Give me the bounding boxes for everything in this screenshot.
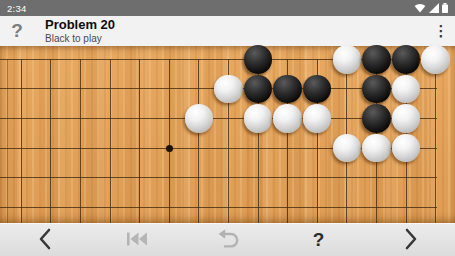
chevron-right-icon xyxy=(398,227,422,254)
toolbar: ? Problem 20 Black to play ⋮ xyxy=(0,16,455,46)
white-stone xyxy=(333,134,362,163)
black-stone xyxy=(362,75,391,104)
skip-to-start-icon xyxy=(126,231,148,250)
grid-vline xyxy=(435,59,436,223)
problem-title: Problem 20 xyxy=(45,18,427,32)
signal-icon xyxy=(429,3,439,13)
white-stone xyxy=(392,134,421,163)
grid-vline xyxy=(198,59,199,223)
help-question-icon[interactable]: ? xyxy=(0,20,34,42)
white-stone xyxy=(185,104,214,133)
overflow-menu-icon[interactable]: ⋮ xyxy=(427,22,455,40)
grid-hline xyxy=(0,177,437,178)
black-stone xyxy=(392,45,421,74)
white-stone xyxy=(362,134,391,163)
status-bar: 2:34 xyxy=(0,0,455,16)
black-stone xyxy=(362,104,391,133)
skip-to-start-button[interactable] xyxy=(91,224,182,256)
white-stone xyxy=(421,45,450,74)
hint-button[interactable]: ? xyxy=(273,224,364,256)
prev-problem-button[interactable] xyxy=(0,224,91,256)
undo-button[interactable] xyxy=(182,224,273,256)
black-stone xyxy=(362,45,391,74)
clock: 2:34 xyxy=(7,3,27,14)
white-stone xyxy=(214,75,243,104)
undo-arrow-icon xyxy=(216,228,240,253)
grid-vline xyxy=(21,59,22,223)
question-mark-icon: ? xyxy=(313,229,325,251)
grid-vline xyxy=(50,59,51,223)
grid-vline xyxy=(139,59,140,223)
black-stone xyxy=(303,75,332,104)
white-stone xyxy=(244,104,273,133)
grid-cut-line xyxy=(7,59,8,223)
grid-vline xyxy=(110,59,111,223)
battery-icon xyxy=(442,3,448,13)
toolbar-titles: Problem 20 Black to play xyxy=(45,18,427,44)
white-stone xyxy=(303,104,332,133)
grid-hline xyxy=(0,207,437,208)
white-stone xyxy=(333,45,362,74)
chevron-left-icon xyxy=(34,227,58,254)
wifi-icon xyxy=(414,3,426,13)
black-stone xyxy=(244,45,273,74)
app-window: 2:34 ? Problem 20 Black to play ⋮ xyxy=(0,0,455,256)
white-stone xyxy=(392,75,421,104)
status-icons xyxy=(414,3,448,13)
grid-vline xyxy=(80,59,81,223)
star-point xyxy=(166,145,173,152)
to-play-subtitle: Black to play xyxy=(45,33,427,44)
white-stone xyxy=(392,104,421,133)
next-problem-button[interactable] xyxy=(364,224,455,256)
navigation-bar: ? xyxy=(0,223,455,256)
black-stone xyxy=(244,75,273,104)
white-stone xyxy=(273,104,302,133)
go-board[interactable] xyxy=(0,46,455,223)
grid-vline xyxy=(169,59,170,223)
black-stone xyxy=(273,75,302,104)
